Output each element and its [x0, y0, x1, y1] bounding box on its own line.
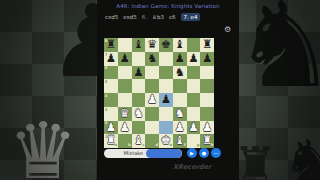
square-b6[interactable] — [118, 66, 132, 80]
square-f1[interactable]: f♝ — [173, 134, 187, 148]
bottom-bar: Mistake ▶●— — [104, 148, 232, 158]
mistake-banner[interactable]: Mistake — [104, 149, 182, 158]
piece-white-pawn[interactable]: ♟ — [174, 122, 184, 134]
mistake-label: Mistake — [124, 150, 143, 156]
square-c2[interactable] — [132, 121, 146, 135]
square-d5[interactable] — [145, 79, 159, 93]
chess-board[interactable]: 8♜♝♛♚♝♜7♟♟♞♟♟♟6♟♞54♟♟3♛♞♞2♟♟♟♟♟1a♜bc♝de♚… — [104, 38, 214, 148]
rank-label: 2 — [105, 121, 108, 125]
square-c6[interactable]: ♟ — [132, 66, 146, 80]
square-a3[interactable]: 3 — [104, 107, 118, 121]
piece-white-pawn[interactable]: ♟ — [147, 94, 157, 106]
square-b2[interactable]: ♟ — [118, 121, 132, 135]
square-f6[interactable]: ♞ — [173, 66, 187, 80]
square-f8[interactable]: ♝ — [173, 38, 187, 52]
piece-black-pawn[interactable]: ♟ — [188, 53, 198, 65]
square-h8[interactable]: ♜ — [200, 38, 214, 52]
piece-black-knight[interactable]: ♞ — [147, 53, 157, 65]
square-a4[interactable]: 4 — [104, 93, 118, 107]
file-label: h — [211, 143, 214, 147]
square-d4[interactable]: ♟ — [145, 93, 159, 107]
square-c3[interactable]: ♞ — [132, 107, 146, 121]
rank-label: 3 — [105, 108, 108, 112]
file-label: e — [169, 143, 172, 147]
rank-label: 5 — [105, 80, 108, 84]
piece-black-rook[interactable]: ♜ — [202, 39, 212, 51]
square-e4[interactable]: ♟ — [159, 93, 173, 107]
piece-black-pawn[interactable]: ♟ — [174, 53, 184, 65]
mistake-best-move-chip[interactable] — [146, 149, 182, 158]
piece-black-bishop[interactable]: ♝ — [174, 39, 184, 51]
rank-label: 1 — [105, 135, 108, 139]
square-c5[interactable] — [132, 79, 146, 93]
square-b4[interactable] — [118, 93, 132, 107]
piece-black-pawn[interactable]: ♟ — [133, 67, 143, 79]
opening-name: A46: Indian Game: Knights Variation — [97, 3, 239, 9]
square-g3[interactable] — [187, 107, 201, 121]
square-e1[interactable]: e♚ — [159, 134, 173, 148]
file-label: f — [184, 143, 186, 147]
square-d6[interactable] — [145, 66, 159, 80]
piece-black-pawn[interactable]: ♟ — [161, 94, 171, 106]
square-e2[interactable] — [159, 121, 173, 135]
phone-screen: A46: Indian Game: Knights Variation cxd5… — [97, 0, 239, 180]
move-chip[interactable]: c6 — [169, 14, 176, 20]
square-d7[interactable]: ♞ — [145, 52, 159, 66]
square-a5[interactable]: 5 — [104, 79, 118, 93]
square-g8[interactable] — [187, 38, 201, 52]
square-f5[interactable] — [173, 79, 187, 93]
square-e5[interactable] — [159, 79, 173, 93]
rank-label: 4 — [105, 94, 108, 98]
square-c4[interactable] — [132, 93, 146, 107]
file-label: b — [128, 143, 131, 147]
move-chip[interactable]: 6. — [142, 14, 147, 20]
square-h6[interactable] — [200, 66, 214, 80]
square-b1[interactable]: b — [118, 134, 132, 148]
square-a8[interactable]: 8♜ — [104, 38, 118, 52]
rank-label: 8 — [105, 39, 108, 43]
move-chip[interactable]: cxd5 — [105, 14, 118, 20]
square-d8[interactable]: ♛ — [145, 38, 159, 52]
square-d1[interactable]: d — [145, 134, 159, 148]
square-g4[interactable] — [187, 93, 201, 107]
square-g5[interactable] — [187, 79, 201, 93]
recorder-buttons: ▶●— — [187, 148, 221, 158]
square-c1[interactable]: c♝ — [132, 134, 146, 148]
piece-black-queen[interactable]: ♛ — [147, 39, 157, 51]
square-f4[interactable] — [173, 93, 187, 107]
square-a7[interactable]: 7♟ — [104, 52, 118, 66]
square-b8[interactable] — [118, 38, 132, 52]
screen: ♟ ♞ ♛ ♜ ♞ A46: Indian Game: Knights Vari… — [0, 0, 320, 180]
square-b7[interactable]: ♟ — [118, 52, 132, 66]
piece-white-knight[interactable]: ♞ — [133, 108, 143, 120]
piece-white-pawn[interactable]: ♟ — [202, 122, 212, 134]
gear-icon[interactable]: ⚙ — [224, 26, 231, 34]
file-label: a — [114, 143, 117, 147]
move-list: cxd5exd56.♕b3c67. e4 — [105, 12, 233, 21]
file-label: d — [155, 143, 158, 147]
square-c7[interactable] — [132, 52, 146, 66]
piece-white-knight[interactable]: ♞ — [174, 108, 184, 120]
square-e3[interactable] — [159, 107, 173, 121]
recorder-button[interactable]: ● — [199, 148, 209, 158]
square-f7[interactable]: ♟ — [173, 52, 187, 66]
square-h3[interactable] — [200, 107, 214, 121]
piece-black-pawn[interactable]: ♟ — [119, 53, 129, 65]
file-label: g — [197, 143, 200, 147]
square-h7[interactable]: ♟ — [200, 52, 214, 66]
square-d2[interactable] — [145, 121, 159, 135]
move-chip[interactable]: exd5 — [123, 14, 137, 20]
piece-black-bishop[interactable]: ♝ — [133, 39, 143, 51]
square-g7[interactable]: ♟ — [187, 52, 201, 66]
square-c8[interactable]: ♝ — [132, 38, 146, 52]
file-label: c — [142, 143, 144, 147]
square-h1[interactable]: h♜ — [200, 134, 214, 148]
square-a6[interactable]: 6 — [104, 66, 118, 80]
piece-black-pawn[interactable]: ♟ — [202, 53, 212, 65]
piece-black-knight[interactable]: ♞ — [174, 67, 184, 79]
square-f3[interactable]: ♞ — [173, 107, 187, 121]
square-b3[interactable]: ♛ — [118, 107, 132, 121]
piece-white-queen[interactable]: ♛ — [119, 108, 129, 120]
piece-white-pawn[interactable]: ♟ — [119, 122, 129, 134]
square-g1[interactable]: g — [187, 134, 201, 148]
square-f2[interactable]: ♟ — [173, 121, 187, 135]
xrecorder-watermark: XRecorder — [157, 163, 227, 171]
move-chip[interactable]: 7. e4 — [181, 13, 201, 21]
piece-white-pawn[interactable]: ♟ — [188, 122, 198, 134]
move-chip[interactable]: ♕b3 — [152, 14, 164, 20]
square-g2[interactable]: ♟ — [187, 121, 201, 135]
square-e8[interactable]: ♚ — [159, 38, 173, 52]
recorder-button[interactable]: — — [211, 148, 221, 158]
square-a2[interactable]: 2♟ — [104, 121, 118, 135]
square-e6[interactable] — [159, 66, 173, 80]
square-e7[interactable] — [159, 52, 173, 66]
square-a1[interactable]: 1a♜ — [104, 134, 118, 148]
recorder-button[interactable]: ▶ — [187, 148, 197, 158]
square-h5[interactable] — [200, 79, 214, 93]
rank-label: 6 — [105, 66, 108, 70]
square-g6[interactable] — [187, 66, 201, 80]
square-b5[interactable] — [118, 79, 132, 93]
rank-label: 7 — [105, 53, 108, 57]
square-h4[interactable] — [200, 93, 214, 107]
piece-black-king[interactable]: ♚ — [161, 39, 171, 51]
square-d3[interactable] — [145, 107, 159, 121]
square-h2[interactable]: ♟ — [200, 121, 214, 135]
